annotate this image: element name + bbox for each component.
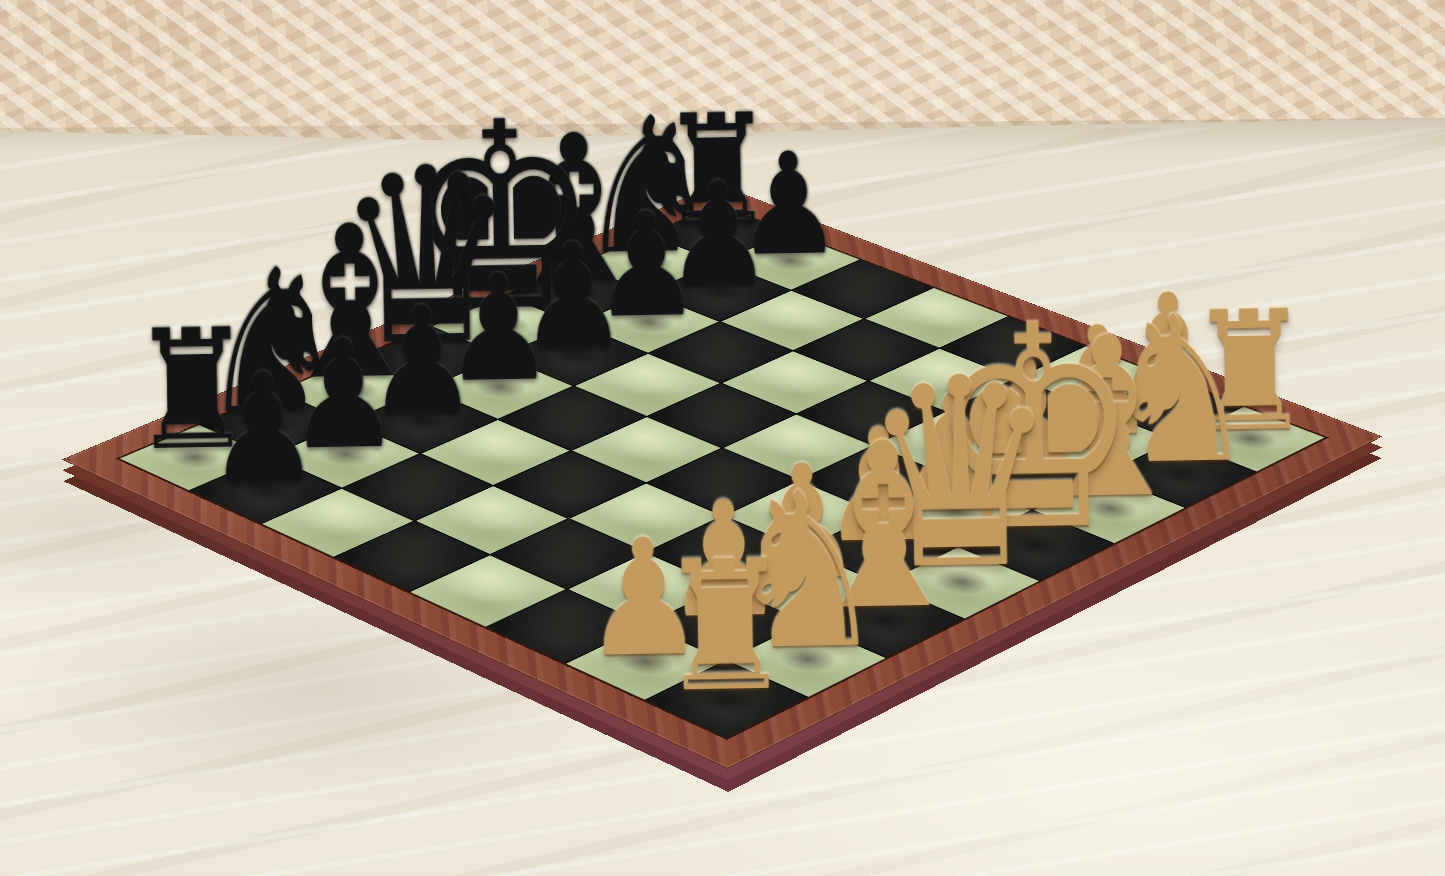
board-frame: ♜♟♞♟♝♟♚♟♛♟♝♟♟♞♜♟♟♜♞♟♟♝♟♚♟♛♟♝♟♞♟♜ [62, 184, 1383, 768]
photo-canvas: ♜♟♞♟♝♟♚♟♛♟♝♟♟♞♜♟♟♜♞♟♟♝♟♚♟♛♟♝♟♞♟♜ [0, 0, 1445, 876]
square-a1: ♜ [646, 661, 807, 737]
playing-field: ♜♟♞♟♝♟♚♟♛♟♝♟♟♞♜♟♟♜♞♟♟♝♟♚♟♛♟♝♟♞♟♜ [120, 205, 1325, 737]
piece-black-pawn-a7: ♟ [205, 351, 322, 505]
piece-white-rook-a1: ♜ [656, 536, 794, 717]
square-a7: ♟ [190, 457, 340, 524]
board-scene: ♜♟♞♟♝♟♚♟♛♟♝♟♟♞♜♟♟♜♞♟♟♝♟♚♟♛♟♝♟♞♟♜ [0, 0, 1445, 876]
